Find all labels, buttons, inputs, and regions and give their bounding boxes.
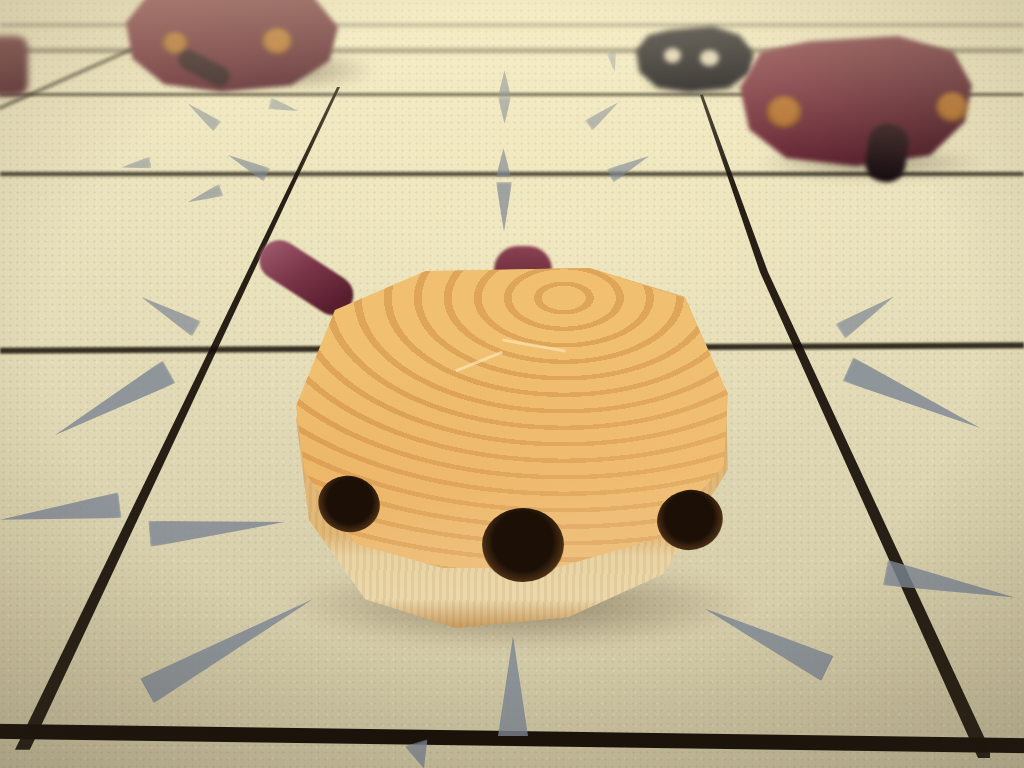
black-pod[interactable] (636, 26, 754, 92)
red-pod-left-hole-2 (262, 28, 292, 54)
direction-mark-upper-right-sw (835, 289, 898, 339)
direction-mark-left-square-northeast (48, 360, 175, 446)
direction-mark-right-square-west (883, 560, 1018, 611)
black-pod-hole-1 (664, 48, 681, 63)
direction-mark-right-square-northwest (842, 357, 985, 440)
direction-mark-mid-north (496, 182, 512, 232)
grid-line-vertical-right (690, 90, 990, 762)
direction-mark-far-d (224, 148, 270, 181)
black-pod-hole-2 (700, 50, 719, 66)
direction-mark-far-e (120, 156, 152, 173)
direction-mark-far-g (185, 184, 223, 209)
red-pod-right-hole-se (936, 92, 968, 122)
direction-mark-bowtie-b (498, 97, 511, 124)
direction-mark-left-square-east (0, 492, 122, 533)
direction-mark-bowtie-c (496, 148, 511, 177)
red-pod-left[interactable] (126, 0, 338, 92)
red-pod-right[interactable] (740, 36, 972, 166)
red-pod-edge-partial[interactable] (0, 36, 28, 96)
red-pod-left-body (126, 0, 338, 92)
direction-mark-far-b (606, 149, 652, 182)
octi-board-photo (0, 0, 1024, 768)
black-pod-body (636, 26, 754, 92)
light-pod[interactable] (296, 268, 728, 628)
direction-mark-west (148, 509, 286, 547)
light-pod-hole-s[interactable] (482, 508, 564, 582)
direction-mark-far-a (585, 97, 623, 131)
direction-mark-far-f (268, 97, 300, 116)
direction-mark-southwest (140, 587, 320, 704)
direction-mark-far-i (606, 51, 619, 72)
direction-mark-upper-left-se (137, 289, 201, 337)
direction-mark-far-c (184, 98, 222, 132)
red-pod-right-hole-sw (766, 96, 802, 128)
direction-mark-south (498, 636, 528, 736)
direction-mark-bowtie-a (498, 70, 511, 97)
